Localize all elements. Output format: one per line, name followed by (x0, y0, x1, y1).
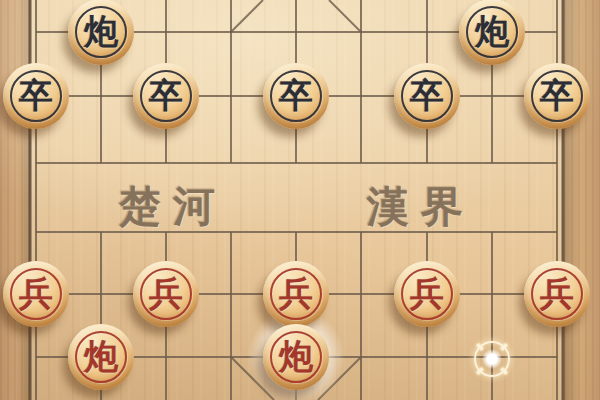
piece-ring (140, 70, 192, 122)
piece-black-soldier[interactable]: 卒 (3, 63, 69, 129)
piece-red-soldier[interactable]: 兵 (394, 261, 460, 327)
piece-black-cannon[interactable]: 炮 (68, 0, 134, 65)
piece-ring (270, 331, 322, 383)
piece-ring (401, 70, 453, 122)
piece-red-soldier[interactable]: 兵 (263, 261, 329, 327)
xiangqi-board[interactable]: 楚河 漢界 炮炮卒卒卒卒卒兵兵兵兵兵炮炮 (0, 0, 600, 400)
piece-ring (531, 70, 583, 122)
piece-ring (10, 268, 62, 320)
piece-red-cannon[interactable]: 炮 (263, 324, 329, 390)
xiangqi-app: 楚河 漢界 炮炮卒卒卒卒卒兵兵兵兵兵炮炮 (0, 0, 600, 400)
piece-red-soldier[interactable]: 兵 (3, 261, 69, 327)
piece-ring (466, 6, 518, 58)
piece-ring (531, 268, 583, 320)
piece-black-soldier[interactable]: 卒 (394, 63, 460, 129)
piece-ring (140, 268, 192, 320)
piece-ring (270, 268, 322, 320)
piece-red-soldier[interactable]: 兵 (133, 261, 199, 327)
piece-ring (10, 70, 62, 122)
piece-black-soldier[interactable]: 卒 (133, 63, 199, 129)
river-label-chu-he: 楚河 (119, 179, 227, 235)
piece-ring (75, 331, 127, 383)
piece-black-cannon[interactable]: 炮 (459, 0, 525, 65)
piece-ring (401, 268, 453, 320)
piece-ring (75, 6, 127, 58)
piece-red-soldier[interactable]: 兵 (524, 261, 590, 327)
piece-black-soldier[interactable]: 卒 (524, 63, 590, 129)
piece-black-soldier[interactable]: 卒 (263, 63, 329, 129)
river-label-han-jie: 漢界 (367, 179, 475, 235)
piece-ring (270, 70, 322, 122)
piece-red-cannon[interactable]: 炮 (68, 324, 134, 390)
